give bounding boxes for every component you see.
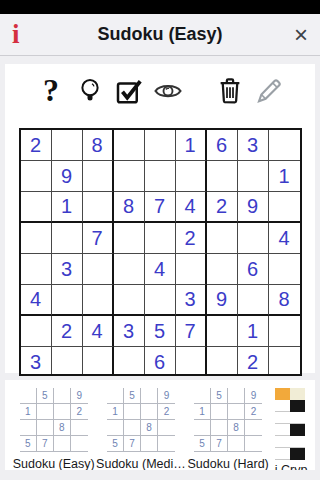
checkbox-icon	[114, 76, 144, 106]
sudoku-cell[interactable]	[238, 223, 269, 254]
crossword-cell	[275, 412, 290, 424]
sudoku-cell[interactable]	[21, 254, 52, 285]
mini-cell	[71, 436, 88, 452]
bulb-icon	[75, 76, 105, 106]
mini-cell: 5	[211, 388, 228, 404]
sudoku-cell[interactable]	[114, 285, 145, 316]
thumbnail-sudoku-medium[interactable]: 5912857 Sudoku (Medi…	[96, 386, 185, 470]
mini-cell: 7	[37, 436, 54, 452]
mini-cell	[54, 388, 71, 404]
crossword-cell	[275, 400, 290, 412]
sudoku-cell[interactable]: 2	[207, 192, 238, 223]
sudoku-cell[interactable]: 6	[238, 254, 269, 285]
mini-cell: 9	[71, 388, 88, 404]
sudoku-cell[interactable]	[207, 347, 238, 376]
sudoku-cell[interactable]	[21, 161, 52, 192]
mini-cell	[245, 420, 262, 436]
sudoku-cell[interactable]	[114, 347, 145, 376]
sudoku-cell[interactable]	[238, 161, 269, 192]
sudoku-cell[interactable]: 1	[176, 130, 207, 161]
mini-cell	[245, 436, 262, 452]
crossword-cell	[275, 436, 290, 448]
sudoku-cell[interactable]	[176, 254, 207, 285]
sudoku-cell[interactable]: 1	[269, 161, 300, 192]
sudoku-cell[interactable]: 3	[238, 130, 269, 161]
mini-cell	[211, 404, 228, 420]
crossword-cell	[275, 424, 290, 436]
sudoku-cell[interactable]: 6	[207, 130, 238, 161]
sudoku-cell[interactable]	[52, 223, 83, 254]
sudoku-cell[interactable]: 4	[145, 254, 176, 285]
mini-cell: 9	[245, 388, 262, 404]
sudoku-cell[interactable]	[176, 347, 207, 376]
mini-cell: 5	[107, 436, 124, 452]
mini-cell: 2	[158, 404, 175, 420]
mini-cell	[194, 388, 211, 404]
sudoku-cell[interactable]: 4	[21, 285, 52, 316]
mini-cell: 1	[20, 404, 37, 420]
sudoku-cell[interactable]	[52, 285, 83, 316]
sudoku-cell[interactable]: 2	[21, 130, 52, 161]
sudoku-cell[interactable]	[83, 161, 114, 192]
reveal-eye-icon[interactable]	[153, 76, 183, 106]
sudoku-cell[interactable]	[83, 285, 114, 316]
thumbnail-label: Sudoku (Easy)	[13, 457, 95, 470]
sudoku-cell[interactable]	[269, 130, 300, 161]
mini-cell	[228, 388, 245, 404]
sudoku-cell[interactable]	[83, 347, 114, 376]
mini-cell: 1	[107, 404, 124, 420]
sudoku-cell[interactable]	[52, 347, 83, 376]
sudoku-cell[interactable]	[83, 192, 114, 223]
mini-cell	[194, 420, 211, 436]
sudoku-cell[interactable]	[114, 223, 145, 254]
mini-cell	[124, 420, 141, 436]
status-bar	[0, 0, 320, 14]
mini-sudoku-grid: 5912857	[20, 388, 88, 452]
close-button[interactable]: ×	[282, 23, 308, 47]
sudoku-cell[interactable]: 7	[145, 192, 176, 223]
sudoku-cell[interactable]: 4	[176, 192, 207, 223]
thumbnail-label: Sudoku (Hard)	[187, 457, 268, 470]
mini-cell: 7	[124, 436, 141, 452]
sudoku-cell[interactable]	[114, 254, 145, 285]
sudoku-cell[interactable]: 9	[207, 285, 238, 316]
thumbnail-sudoku-easy[interactable]: 5912857 Sudoku (Easy)	[11, 386, 96, 470]
mini-cell	[20, 388, 37, 404]
mini-cell	[124, 404, 141, 420]
sudoku-cell[interactable]	[145, 161, 176, 192]
puzzle-carousel: 5912857 Sudoku (Easy) 5912857 Sudoku (Me…	[5, 380, 315, 470]
sudoku-cell[interactable]: 4	[269, 223, 300, 254]
sudoku-cell[interactable]: 7	[83, 223, 114, 254]
help-question-icon[interactable]: ?	[36, 76, 66, 106]
pencil-icon	[254, 76, 284, 106]
sudoku-cell[interactable]: 1	[238, 316, 269, 347]
mini-cell	[141, 436, 158, 452]
eye-icon	[153, 76, 183, 106]
sudoku-cell[interactable]: 7	[176, 316, 207, 347]
mini-cell	[37, 420, 54, 436]
sudoku-cell[interactable]	[83, 254, 114, 285]
sudoku-board-frame: 28163911874297243464398243571362	[19, 128, 302, 376]
sudoku-cell[interactable]	[269, 316, 300, 347]
mini-cell	[107, 388, 124, 404]
sudoku-cell[interactable]: 6	[145, 347, 176, 376]
puzzle-panel: ?	[5, 64, 315, 373]
mini-cell: 7	[211, 436, 228, 452]
sudoku-cell[interactable]	[269, 347, 300, 376]
mini-cell: 5	[124, 388, 141, 404]
sudoku-cell[interactable]: 3	[176, 285, 207, 316]
mini-cell: 8	[141, 420, 158, 436]
crossword-cell	[290, 388, 305, 400]
sudoku-cell[interactable]: 8	[269, 285, 300, 316]
sudoku-cell[interactable]: 2	[176, 223, 207, 254]
mini-cell	[141, 388, 158, 404]
mini-sudoku-grid: 5912857	[107, 388, 175, 452]
sudoku-cell[interactable]	[145, 223, 176, 254]
check-solution-icon[interactable]	[114, 76, 144, 106]
mini-cell: 8	[228, 420, 245, 436]
mini-cell	[211, 420, 228, 436]
mini-cell	[54, 404, 71, 420]
sudoku-cell[interactable]	[269, 254, 300, 285]
thumbnail-cryptic-crossword[interactable]: i Cryp	[271, 386, 315, 470]
pencil-notes-icon[interactable]	[254, 76, 284, 106]
crossword-cell	[275, 448, 290, 460]
mini-cell: 9	[158, 388, 175, 404]
toolbar: ?	[5, 64, 315, 106]
sudoku-cell[interactable]	[145, 285, 176, 316]
sudoku-cell[interactable]	[21, 192, 52, 223]
page-title: Sudoku (Easy)	[38, 24, 282, 45]
mini-cell	[228, 404, 245, 420]
mini-cell	[37, 404, 54, 420]
mini-cell: 5	[194, 436, 211, 452]
sudoku-cell[interactable]	[207, 161, 238, 192]
clear-trash-icon[interactable]	[215, 76, 245, 106]
sudoku-cell[interactable]: 2	[52, 316, 83, 347]
sudoku-cell[interactable]	[21, 316, 52, 347]
crossword-cell	[290, 400, 305, 412]
mini-cell: 2	[71, 404, 88, 420]
crossword-cell	[290, 412, 305, 424]
sudoku-cell[interactable]	[269, 192, 300, 223]
mini-cell	[107, 420, 124, 436]
question-glyph: ?	[43, 74, 59, 109]
sudoku-cell[interactable]: 4	[83, 316, 114, 347]
sudoku-cell[interactable]: 3	[21, 347, 52, 376]
sudoku-cell[interactable]	[207, 316, 238, 347]
mini-sudoku-grid: 5912857	[194, 388, 262, 452]
sudoku-cell[interactable]	[21, 223, 52, 254]
crossword-cell	[290, 424, 305, 436]
mini-cell: 2	[245, 404, 262, 420]
sudoku-cell[interactable]	[207, 223, 238, 254]
crossword-cell	[275, 388, 290, 400]
mini-cell: 5	[20, 436, 37, 452]
sudoku-cell[interactable]	[52, 130, 83, 161]
crossword-cell	[290, 436, 305, 448]
thumbnail-label: Sudoku (Medi…	[96, 457, 186, 470]
sudoku-cell[interactable]: 3	[114, 316, 145, 347]
sudoku-cell[interactable]	[114, 130, 145, 161]
trash-icon	[215, 76, 245, 106]
mini-cell	[158, 420, 175, 436]
sudoku-cell[interactable]: 8	[114, 192, 145, 223]
mini-cell	[141, 404, 158, 420]
sudoku-cell[interactable]	[176, 161, 207, 192]
mini-cell	[71, 420, 88, 436]
hint-bulb-icon[interactable]	[75, 76, 105, 106]
mini-cell: 5	[37, 388, 54, 404]
sudoku-cell[interactable]: 1	[52, 192, 83, 223]
sudoku-cell[interactable]	[114, 161, 145, 192]
sudoku-cell[interactable]	[238, 285, 269, 316]
sudoku-cell[interactable]: 2	[238, 347, 269, 376]
sudoku-board[interactable]: 28163911874297243464398243571362	[21, 130, 300, 376]
sudoku-cell[interactable]: 3	[52, 254, 83, 285]
mini-cell	[158, 436, 175, 452]
mini-cell	[20, 420, 37, 436]
thumbnail-sudoku-hard[interactable]: 5912857 Sudoku (Hard)	[185, 386, 270, 470]
title-bar: i Sudoku (Easy) ×	[0, 14, 320, 56]
crossword-cell	[290, 448, 305, 460]
sudoku-cell[interactable]	[207, 254, 238, 285]
sudoku-cell[interactable]: 5	[145, 316, 176, 347]
mini-cell: 8	[54, 420, 71, 436]
thumbnail-label: i Cryp	[275, 463, 308, 470]
sudoku-cell[interactable]: 9	[52, 161, 83, 192]
crossword-thumb-grid	[275, 388, 305, 460]
mini-cell: 1	[194, 404, 211, 420]
sudoku-cell[interactable]	[145, 130, 176, 161]
mini-cell	[228, 436, 245, 452]
sudoku-cell[interactable]: 9	[238, 192, 269, 223]
sudoku-cell[interactable]: 8	[83, 130, 114, 161]
mini-cell	[54, 436, 71, 452]
info-button[interactable]: i	[12, 21, 38, 48]
